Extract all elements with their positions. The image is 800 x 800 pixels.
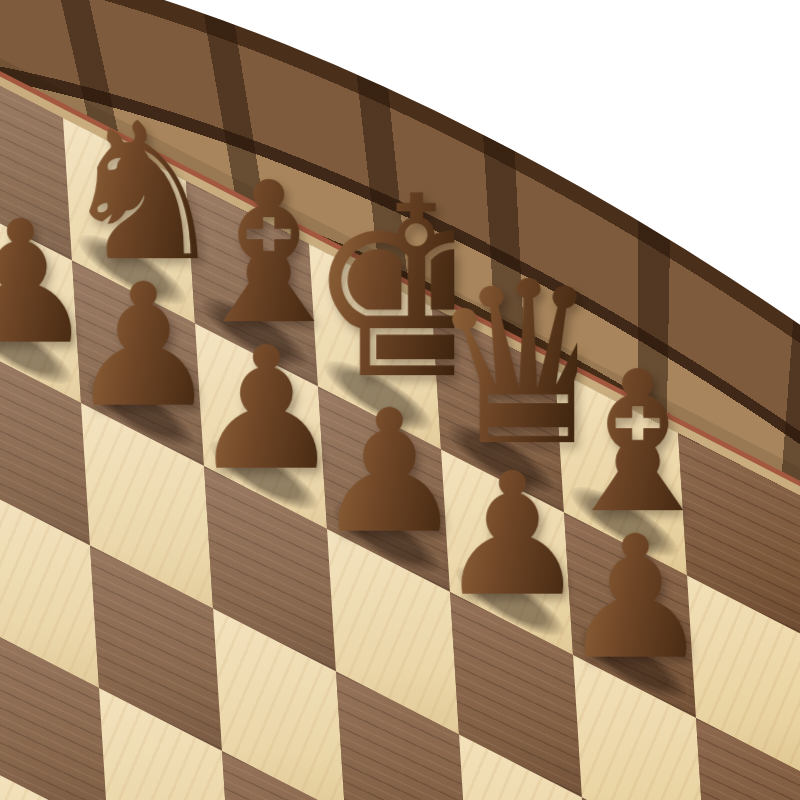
piece-pawn-f7[interactable]: ♟ <box>195 324 327 530</box>
piece-pawn-d7[interactable]: ♟ <box>441 450 573 656</box>
chessboard-grid: ♞ ♝ ♚ ♛ ♝ <box>0 55 800 800</box>
board-scene: ♞ ♝ ♚ ♛ ♝ <box>0 0 800 800</box>
photo-backdrop: ♞ ♝ ♚ ♛ ♝ <box>0 0 800 800</box>
pawn-glyph: ♟ <box>559 513 709 683</box>
piece-pawn-g7[interactable]: ♟ <box>72 261 204 467</box>
piece-pawn-c7[interactable]: ♟ <box>564 513 696 719</box>
piece-pawn-e7[interactable]: ♟ <box>318 387 450 593</box>
round-carved-board: ♞ ♝ ♚ ♛ ♝ <box>0 55 800 800</box>
